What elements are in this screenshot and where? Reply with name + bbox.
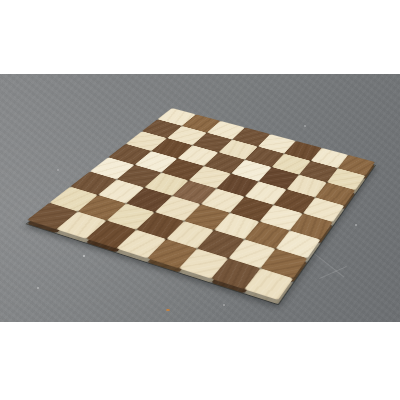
product-photo xyxy=(0,0,400,400)
